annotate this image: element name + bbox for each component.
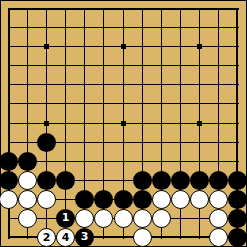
stone-white[interactable] <box>152 209 171 228</box>
stone-black[interactable] <box>37 171 56 190</box>
hoshi-point <box>44 121 49 126</box>
stone-black[interactable] <box>209 171 228 190</box>
stone-white[interactable] <box>18 190 37 209</box>
stone-black[interactable] <box>56 171 75 190</box>
hoshi-point <box>197 44 202 49</box>
stone-white[interactable] <box>190 190 209 209</box>
stone-white[interactable] <box>18 209 37 228</box>
stone-black[interactable] <box>18 152 37 171</box>
stone-black[interactable] <box>228 190 247 209</box>
hoshi-point <box>121 121 126 126</box>
stone-black[interactable] <box>228 228 247 247</box>
hoshi-point <box>197 121 202 126</box>
stone-black[interactable] <box>114 190 133 209</box>
stone-black[interactable] <box>133 171 152 190</box>
stone-black[interactable] <box>0 152 18 171</box>
stone-white[interactable] <box>171 190 190 209</box>
stone-white[interactable] <box>133 228 152 247</box>
grid-line-horizontal <box>8 161 239 162</box>
stone-white[interactable] <box>0 190 18 209</box>
stone-black-move-3[interactable]: 3 <box>75 228 94 247</box>
stone-black[interactable] <box>0 171 18 190</box>
stone-black[interactable] <box>152 171 171 190</box>
stone-black[interactable] <box>228 171 247 190</box>
stone-white[interactable] <box>133 209 152 228</box>
stone-white[interactable] <box>75 209 94 228</box>
stone-black[interactable] <box>37 133 56 152</box>
stone-black[interactable] <box>171 171 190 190</box>
stone-white[interactable] <box>209 209 228 228</box>
stone-black-move-1[interactable]: 1 <box>56 209 75 228</box>
go-board[interactable]: 1243 <box>0 0 247 247</box>
stone-white[interactable] <box>37 190 56 209</box>
hoshi-point <box>121 44 126 49</box>
stone-white[interactable] <box>114 209 133 228</box>
stone-white-move-4[interactable]: 4 <box>56 228 75 247</box>
stone-black[interactable] <box>94 190 113 209</box>
stone-white[interactable] <box>152 190 171 209</box>
stone-black[interactable] <box>75 190 94 209</box>
stone-black[interactable] <box>190 171 209 190</box>
stone-white[interactable] <box>209 190 228 209</box>
stone-white[interactable] <box>18 171 37 190</box>
hoshi-point <box>44 44 49 49</box>
stone-white-move-2[interactable]: 2 <box>37 228 56 247</box>
stone-black[interactable] <box>133 190 152 209</box>
stone-white[interactable] <box>94 209 113 228</box>
stone-black[interactable] <box>228 209 247 228</box>
stone-white[interactable] <box>209 228 228 247</box>
